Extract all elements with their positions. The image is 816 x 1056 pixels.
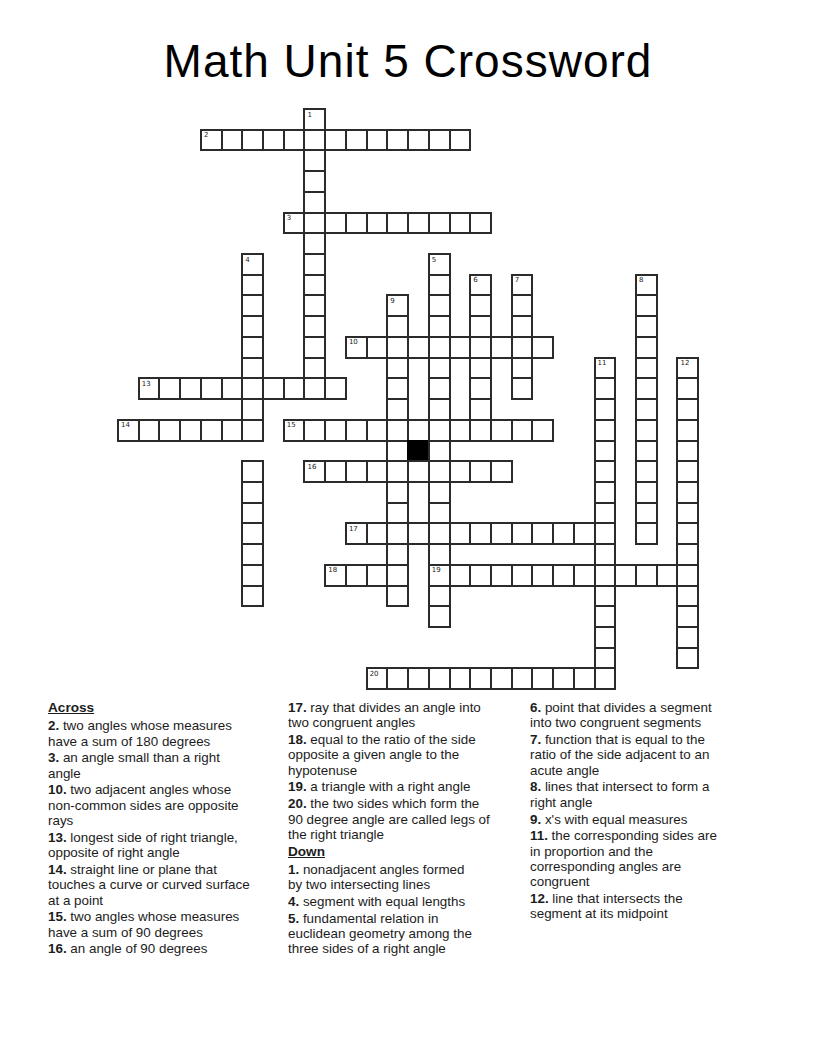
clue-number-label: 8. xyxy=(530,779,541,794)
grid-cell[interactable] xyxy=(386,212,409,235)
clue-across-16: 16. an angle of 90 degrees xyxy=(48,941,290,956)
grid-cell[interactable] xyxy=(386,667,409,690)
grid-cell[interactable] xyxy=(428,502,451,525)
grid-cell[interactable]: 8 xyxy=(635,274,658,297)
clue-number-label: 19. xyxy=(288,779,307,794)
grid-cell[interactable] xyxy=(241,294,264,317)
grid-cell[interactable] xyxy=(303,274,326,297)
clue-number: 7 xyxy=(515,276,519,284)
clue-number-label: 3. xyxy=(48,750,59,765)
grid-cell[interactable] xyxy=(594,522,617,545)
grid-cell[interactable] xyxy=(386,564,409,587)
clue-number-label: 1. xyxy=(288,862,299,877)
grid-cell[interactable] xyxy=(614,564,637,587)
grid-cell[interactable] xyxy=(386,481,409,504)
grid-cell[interactable] xyxy=(490,419,513,442)
clue-across-20: 20. the two sides which form the90 degre… xyxy=(288,796,530,842)
grid-cell[interactable] xyxy=(386,522,409,545)
grid-cell[interactable] xyxy=(469,398,492,421)
grid-cell[interactable] xyxy=(469,667,492,690)
clue-down-4: 4. segment with equal lengths xyxy=(288,894,530,909)
grid-cell[interactable] xyxy=(676,585,699,608)
grid-cell[interactable] xyxy=(511,377,534,400)
clue-number-label: 6. xyxy=(530,700,541,715)
grid-cell[interactable] xyxy=(262,377,285,400)
down-heading: Down xyxy=(288,844,530,859)
clue-number: 3 xyxy=(287,214,291,222)
grid-cell[interactable] xyxy=(324,129,347,152)
grid-cell[interactable] xyxy=(428,460,451,483)
grid-cell[interactable] xyxy=(469,522,492,545)
grid-cell[interactable] xyxy=(241,129,264,152)
grid-cell[interactable] xyxy=(158,419,181,442)
grid-cell[interactable] xyxy=(241,460,264,483)
clue-down-9: 9. x's with equal measures xyxy=(530,812,772,827)
grid-cell[interactable] xyxy=(386,419,409,442)
grid-cell[interactable] xyxy=(428,357,451,380)
grid-cell[interactable] xyxy=(594,440,617,463)
grid-cell[interactable] xyxy=(635,398,658,421)
grid-cell[interactable] xyxy=(262,129,285,152)
clue-column-3: 6. point that divides a segmentinto two … xyxy=(530,700,772,923)
grid-cell[interactable]: 19 xyxy=(428,564,451,587)
grid-cell[interactable] xyxy=(345,460,368,483)
grid-cell[interactable] xyxy=(531,336,554,359)
across-heading: Across xyxy=(48,700,290,715)
clue-across-3: 3. an angle small than a rightangle xyxy=(48,750,290,781)
clue-down-7: 7. function that is equal to theratio of… xyxy=(530,732,772,778)
grid-cell[interactable] xyxy=(303,315,326,338)
clue-number-label: 10. xyxy=(48,782,67,797)
grid-cell[interactable] xyxy=(449,336,472,359)
grid-cell[interactable] xyxy=(386,315,409,338)
clue-number: 19 xyxy=(432,566,441,574)
grid-cell[interactable] xyxy=(179,419,202,442)
grid-cell[interactable] xyxy=(407,129,430,152)
grid-cell[interactable] xyxy=(676,460,699,483)
grid-cell[interactable] xyxy=(635,336,658,359)
grid-cell[interactable] xyxy=(303,419,326,442)
clue-across-19: 19. a triangle with a right angle xyxy=(288,779,530,794)
clue-number: 5 xyxy=(432,256,436,264)
grid-cell[interactable] xyxy=(594,377,617,400)
grid-cell[interactable] xyxy=(241,543,264,566)
clue-across-18: 18. equal to the ratio of the sideopposi… xyxy=(288,732,530,778)
grid-cell[interactable] xyxy=(676,481,699,504)
grid-cell[interactable] xyxy=(324,377,347,400)
grid-cell[interactable] xyxy=(303,377,326,400)
clue-number-label: 11. xyxy=(530,828,548,843)
grid-cell[interactable] xyxy=(676,626,699,649)
grid-cell[interactable] xyxy=(386,440,409,463)
clue-down-12: 12. line that intersects thesegment at i… xyxy=(530,891,772,922)
clue-number: 17 xyxy=(349,525,358,533)
grid-cell[interactable] xyxy=(241,564,264,587)
clue-across-10: 10. two adjacent angles whosenon-common … xyxy=(48,782,290,828)
clue-across-17: 17. ray that divides an angle intotwo co… xyxy=(288,700,530,731)
grid-cell[interactable] xyxy=(635,460,658,483)
grid-cell[interactable]: 7 xyxy=(511,274,534,297)
grid-cell[interactable] xyxy=(428,212,451,235)
grid-cell[interactable] xyxy=(324,419,347,442)
grid-cell[interactable] xyxy=(407,460,430,483)
grid-cell[interactable] xyxy=(552,667,575,690)
clue-number: 16 xyxy=(307,463,316,471)
grid-cell[interactable]: 14 xyxy=(117,419,140,442)
grid-cell[interactable] xyxy=(428,522,451,545)
grid-cell[interactable] xyxy=(428,336,451,359)
clue-number: 2 xyxy=(204,131,208,139)
grid-cell[interactable] xyxy=(386,377,409,400)
grid-cell[interactable]: 5 xyxy=(428,253,451,276)
clue-number: 4 xyxy=(245,256,249,264)
grid-cell[interactable] xyxy=(386,357,409,380)
grid-cell[interactable]: 10 xyxy=(345,336,368,359)
grid-cell[interactable] xyxy=(428,667,451,690)
grid-cell[interactable] xyxy=(531,564,554,587)
clue-column-2: 17. ray that divides an angle intotwo co… xyxy=(288,700,530,958)
grid-cell[interactable] xyxy=(428,481,451,504)
grid-cell[interactable] xyxy=(469,315,492,338)
grid-cell[interactable] xyxy=(241,502,264,525)
grid-cell[interactable] xyxy=(594,419,617,442)
grid-cell[interactable] xyxy=(241,419,264,442)
grid-cell[interactable] xyxy=(428,129,451,152)
grid-cell[interactable] xyxy=(594,502,617,525)
grid-cell[interactable] xyxy=(241,315,264,338)
grid-cell[interactable] xyxy=(345,129,368,152)
blocked-cell xyxy=(407,440,430,463)
grid-cell[interactable] xyxy=(303,170,326,193)
grid-cell[interactable] xyxy=(386,585,409,608)
clue-number-label: 18. xyxy=(288,732,307,747)
grid-cell[interactable] xyxy=(428,315,451,338)
grid-cell[interactable] xyxy=(676,647,699,670)
clue-number-label: 13. xyxy=(48,830,67,845)
grid-cell[interactable] xyxy=(469,564,492,587)
grid-cell[interactable] xyxy=(386,336,409,359)
grid-cell[interactable]: 12 xyxy=(676,357,699,380)
grid-cell[interactable] xyxy=(366,129,389,152)
clue-number: 14 xyxy=(121,421,130,429)
grid-cell[interactable] xyxy=(345,564,368,587)
grid-cell[interactable] xyxy=(407,419,430,442)
grid-cell[interactable] xyxy=(200,377,223,400)
grid-cell[interactable] xyxy=(303,191,326,214)
grid-cell[interactable] xyxy=(449,212,472,235)
grid-cell[interactable] xyxy=(303,253,326,276)
grid-cell[interactable] xyxy=(428,543,451,566)
grid-cell[interactable] xyxy=(511,522,534,545)
grid-cell[interactable] xyxy=(635,481,658,504)
clue-number: 6 xyxy=(473,276,477,284)
grid-cell[interactable] xyxy=(283,129,306,152)
grid-cell[interactable] xyxy=(158,377,181,400)
grid-cell[interactable] xyxy=(469,377,492,400)
grid-cell[interactable] xyxy=(241,336,264,359)
grid-cell[interactable] xyxy=(469,336,492,359)
grid-cell[interactable]: 20 xyxy=(366,667,389,690)
grid-cell[interactable] xyxy=(511,564,534,587)
grid-cell[interactable] xyxy=(303,232,326,255)
grid-cell[interactable] xyxy=(594,481,617,504)
grid-cell[interactable] xyxy=(676,605,699,628)
grid-cell[interactable] xyxy=(241,274,264,297)
grid-cell[interactable]: 2 xyxy=(200,129,223,152)
grid-cell[interactable] xyxy=(428,274,451,297)
clue-number-label: 16. xyxy=(48,941,67,956)
grid-cell[interactable] xyxy=(635,564,658,587)
grid-cell[interactable] xyxy=(345,419,368,442)
page-title: Math Unit 5 Crossword xyxy=(0,34,816,88)
grid-cell[interactable] xyxy=(303,294,326,317)
grid-cell[interactable] xyxy=(594,543,617,566)
grid-cell[interactable] xyxy=(366,460,389,483)
grid-cell[interactable]: 3 xyxy=(283,212,306,235)
clue-across-14: 14. straight line or plane thattouches a… xyxy=(48,862,290,908)
grid-cell[interactable] xyxy=(594,564,617,587)
grid-cell[interactable]: 6 xyxy=(469,274,492,297)
grid-cell[interactable]: 9 xyxy=(386,294,409,317)
grid-cell[interactable] xyxy=(676,543,699,566)
clue-number: 15 xyxy=(287,421,296,429)
clue-number-label: 5. xyxy=(288,911,299,926)
grid-cell[interactable] xyxy=(303,336,326,359)
grid-cell[interactable] xyxy=(552,564,575,587)
grid-cell[interactable] xyxy=(635,502,658,525)
grid-cell[interactable] xyxy=(469,357,492,380)
grid-cell[interactable] xyxy=(386,502,409,525)
grid-cell[interactable] xyxy=(531,419,554,442)
grid-cell[interactable] xyxy=(407,336,430,359)
grid-cell[interactable] xyxy=(449,460,472,483)
grid-cell[interactable] xyxy=(138,419,161,442)
clue-number: 11 xyxy=(598,359,607,367)
grid-cell[interactable] xyxy=(676,377,699,400)
clue-number: 18 xyxy=(328,566,337,574)
grid-cell[interactable] xyxy=(511,315,534,338)
grid-cell[interactable] xyxy=(676,564,699,587)
clue-number: 8 xyxy=(639,276,643,284)
grid-cell[interactable] xyxy=(283,377,306,400)
grid-cell[interactable] xyxy=(428,377,451,400)
grid-cell[interactable] xyxy=(241,481,264,504)
grid-cell[interactable] xyxy=(428,605,451,628)
grid-cell[interactable]: 17 xyxy=(345,522,368,545)
grid-cell[interactable] xyxy=(221,377,244,400)
clue-across-2: 2. two angles whose measureshave a sum o… xyxy=(48,718,290,749)
clue-number: 1 xyxy=(307,111,311,119)
grid-cell[interactable] xyxy=(221,129,244,152)
clue-across-15: 15. two angles whose measureshave a sum … xyxy=(48,909,290,940)
grid-cell[interactable] xyxy=(386,129,409,152)
grid-cell[interactable] xyxy=(449,564,472,587)
grid-cell[interactable] xyxy=(531,522,554,545)
grid-cell[interactable] xyxy=(428,398,451,421)
grid-cell[interactable] xyxy=(573,564,596,587)
clue-down-11: 11. the corresponding sides arein propor… xyxy=(530,828,772,889)
clue-across-13: 13. longest side of right triangle,oppos… xyxy=(48,830,290,861)
grid-cell[interactable] xyxy=(656,564,679,587)
grid-cell[interactable] xyxy=(635,522,658,545)
grid-cell[interactable] xyxy=(241,522,264,545)
grid-cell[interactable]: 1 xyxy=(303,108,326,131)
grid-cell[interactable] xyxy=(366,212,389,235)
grid-cell[interactable] xyxy=(573,522,596,545)
grid-cell[interactable] xyxy=(366,564,389,587)
grid-cell[interactable]: 15 xyxy=(283,419,306,442)
grid-cell[interactable] xyxy=(511,336,534,359)
grid-cell[interactable] xyxy=(428,585,451,608)
grid-cell[interactable] xyxy=(676,398,699,421)
grid-cell[interactable] xyxy=(511,357,534,380)
grid-cell[interactable] xyxy=(594,626,617,649)
grid-cell[interactable] xyxy=(511,419,534,442)
grid-cell[interactable] xyxy=(594,605,617,628)
grid-cell[interactable] xyxy=(490,460,513,483)
grid-cell[interactable]: 13 xyxy=(138,377,161,400)
grid-cell[interactable] xyxy=(594,460,617,483)
grid-cell[interactable] xyxy=(594,585,617,608)
clue-number-label: 17. xyxy=(288,700,307,715)
grid-cell[interactable] xyxy=(490,564,513,587)
grid-cell[interactable]: 11 xyxy=(594,357,617,380)
crossword-grid: 1234567891011121314151617181920 xyxy=(117,108,699,690)
grid-cell[interactable] xyxy=(635,440,658,463)
grid-cell[interactable] xyxy=(490,522,513,545)
clue-down-1: 1. nonadjacent angles formedby two inter… xyxy=(288,862,530,893)
grid-cell[interactable] xyxy=(490,336,513,359)
grid-cell[interactable] xyxy=(303,129,326,152)
clue-number-label: 20. xyxy=(288,796,307,811)
grid-cell[interactable] xyxy=(303,212,326,235)
clue-number-label: 9. xyxy=(530,812,541,827)
grid-cell[interactable] xyxy=(241,398,264,421)
grid-cell[interactable] xyxy=(635,357,658,380)
grid-cell[interactable] xyxy=(635,294,658,317)
grid-cell[interactable] xyxy=(303,357,326,380)
grid-cell[interactable] xyxy=(428,440,451,463)
grid-cell[interactable] xyxy=(366,336,389,359)
grid-cell[interactable] xyxy=(407,212,430,235)
clue-number-label: 7. xyxy=(530,732,541,747)
grid-cell[interactable] xyxy=(386,460,409,483)
grid-cell[interactable] xyxy=(200,419,223,442)
grid-cell[interactable] xyxy=(428,419,451,442)
grid-cell[interactable] xyxy=(490,667,513,690)
grid-cell[interactable] xyxy=(635,419,658,442)
grid-cell[interactable] xyxy=(449,522,472,545)
clue-number: 20 xyxy=(370,670,379,678)
grid-cell[interactable] xyxy=(449,667,472,690)
grid-cell[interactable] xyxy=(179,377,202,400)
clue-number-label: 15. xyxy=(48,909,67,924)
grid-cell[interactable] xyxy=(552,522,575,545)
grid-cell[interactable] xyxy=(386,543,409,566)
clue-number-label: 2. xyxy=(48,718,59,733)
grid-cell[interactable] xyxy=(635,315,658,338)
grid-cell[interactable] xyxy=(324,460,347,483)
grid-cell[interactable] xyxy=(469,460,492,483)
clue-down-8: 8. lines that intersect to form aright a… xyxy=(530,779,772,810)
grid-cell[interactable] xyxy=(676,419,699,442)
grid-cell[interactable] xyxy=(303,149,326,172)
clue-down-5: 5. fundamental relation ineuclidean geom… xyxy=(288,911,530,957)
grid-cell[interactable] xyxy=(531,667,554,690)
grid-cell[interactable] xyxy=(221,419,244,442)
grid-cell[interactable] xyxy=(324,212,347,235)
grid-cell[interactable] xyxy=(407,667,430,690)
grid-cell[interactable] xyxy=(449,129,472,152)
grid-cell[interactable] xyxy=(407,522,430,545)
grid-cell[interactable] xyxy=(676,440,699,463)
grid-cell[interactable] xyxy=(594,667,617,690)
grid-cell[interactable]: 4 xyxy=(241,253,264,276)
grid-cell[interactable] xyxy=(469,212,492,235)
grid-cell[interactable] xyxy=(241,585,264,608)
clue-column-1: Across2. two angles whose measureshave a… xyxy=(48,700,290,958)
grid-cell[interactable] xyxy=(676,522,699,545)
grid-cell[interactable] xyxy=(511,667,534,690)
grid-cell[interactable] xyxy=(241,357,264,380)
grid-cell[interactable] xyxy=(428,294,451,317)
grid-cell[interactable] xyxy=(594,647,617,670)
grid-cell[interactable] xyxy=(469,419,492,442)
grid-cell[interactable] xyxy=(676,502,699,525)
clue-down-6: 6. point that divides a segmentinto two … xyxy=(530,700,772,731)
grid-cell[interactable] xyxy=(635,377,658,400)
grid-cell[interactable] xyxy=(345,212,368,235)
grid-cell[interactable] xyxy=(573,667,596,690)
grid-cell[interactable] xyxy=(594,398,617,421)
clue-number-label: 14. xyxy=(48,862,67,877)
grid-cell[interactable] xyxy=(469,294,492,317)
clue-number-label: 4. xyxy=(288,894,299,909)
clue-number: 10 xyxy=(349,338,358,346)
clue-number: 12 xyxy=(680,359,689,367)
grid-cell[interactable]: 18 xyxy=(324,564,347,587)
clue-number: 9 xyxy=(390,297,394,305)
grid-cell[interactable] xyxy=(366,522,389,545)
clue-number-label: 12. xyxy=(530,891,549,906)
grid-cell[interactable] xyxy=(511,294,534,317)
grid-cell[interactable] xyxy=(366,419,389,442)
clue-number: 13 xyxy=(142,380,151,388)
grid-cell[interactable] xyxy=(449,419,472,442)
grid-cell[interactable] xyxy=(386,398,409,421)
grid-cell[interactable] xyxy=(241,377,264,400)
grid-cell[interactable]: 16 xyxy=(303,460,326,483)
